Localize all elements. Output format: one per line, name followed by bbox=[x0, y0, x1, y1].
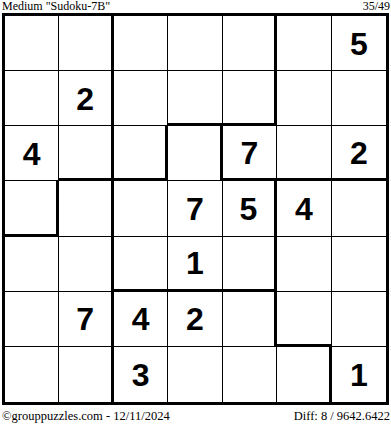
cell-r2c5[interactable] bbox=[223, 71, 277, 126]
puzzle-title: Medium "Sudoku-7B" bbox=[2, 0, 110, 13]
cell-r1c6[interactable] bbox=[277, 16, 331, 71]
cell-r3c6[interactable] bbox=[277, 126, 331, 181]
cells-remaining-counter: 35/49 bbox=[363, 0, 390, 13]
cell-r4c6[interactable]: 4 bbox=[277, 181, 331, 236]
puzzle-page: Medium "Sudoku-7B" 35/49 52472754174231 … bbox=[0, 0, 391, 426]
cell-r7c6[interactable] bbox=[277, 347, 331, 402]
given-digit: 4 bbox=[132, 302, 150, 335]
given-digit: 1 bbox=[186, 246, 204, 279]
given-digit: 3 bbox=[132, 358, 150, 391]
given-digit: 4 bbox=[23, 137, 41, 170]
cell-r5c7[interactable] bbox=[332, 237, 386, 292]
cell-r1c1[interactable] bbox=[5, 16, 59, 71]
cell-r3c3[interactable] bbox=[114, 126, 168, 181]
cell-r5c2[interactable] bbox=[59, 237, 113, 292]
cell-r5c4[interactable]: 1 bbox=[168, 237, 222, 292]
cell-r2c6[interactable] bbox=[277, 71, 331, 126]
board: 52472754174231 bbox=[2, 13, 389, 405]
cell-r4c7[interactable] bbox=[332, 181, 386, 236]
cell-r7c7[interactable]: 1 bbox=[332, 347, 386, 402]
cell-r3c4[interactable] bbox=[168, 126, 222, 181]
cell-r1c5[interactable] bbox=[223, 16, 277, 71]
cell-r7c2[interactable] bbox=[59, 347, 113, 402]
cell-r3c7[interactable]: 2 bbox=[332, 126, 386, 181]
given-digit: 7 bbox=[76, 302, 94, 335]
cell-r1c7[interactable]: 5 bbox=[332, 16, 386, 71]
given-digit: 2 bbox=[76, 82, 94, 115]
copyright-text: ©grouppuzzles.com - 12/11/2024 bbox=[2, 409, 170, 423]
cell-r6c3[interactable]: 4 bbox=[114, 292, 168, 347]
cell-r5c6[interactable] bbox=[277, 237, 331, 292]
given-digit: 5 bbox=[350, 27, 368, 60]
cell-r6c4[interactable]: 2 bbox=[168, 292, 222, 347]
cell-r2c4[interactable] bbox=[168, 71, 222, 126]
cell-r5c3[interactable] bbox=[114, 237, 168, 292]
cell-r2c2[interactable]: 2 bbox=[59, 71, 113, 126]
cell-r3c2[interactable] bbox=[59, 126, 113, 181]
given-digit: 7 bbox=[186, 192, 204, 225]
cell-r7c1[interactable] bbox=[5, 347, 59, 402]
given-digit: 7 bbox=[241, 136, 259, 169]
cell-r1c2[interactable] bbox=[59, 16, 113, 71]
cell-r7c4[interactable] bbox=[168, 347, 222, 402]
footer: ©grouppuzzles.com - 12/11/2024 Diff: 8 /… bbox=[2, 409, 390, 423]
cell-r2c3[interactable] bbox=[114, 71, 168, 126]
cell-r2c7[interactable] bbox=[332, 71, 386, 126]
cell-r4c1[interactable] bbox=[5, 181, 59, 236]
cell-r4c3[interactable] bbox=[114, 181, 168, 236]
cell-r7c3[interactable]: 3 bbox=[114, 347, 168, 402]
header: Medium "Sudoku-7B" 35/49 bbox=[2, 0, 390, 13]
cell-r2c1[interactable] bbox=[5, 71, 59, 126]
cell-r6c7[interactable] bbox=[332, 292, 386, 347]
given-digit: 5 bbox=[240, 192, 258, 225]
cell-r3c1[interactable]: 4 bbox=[5, 126, 59, 181]
cell-r6c1[interactable] bbox=[5, 292, 59, 347]
cell-r7c5[interactable] bbox=[223, 347, 277, 402]
cell-r1c3[interactable] bbox=[114, 16, 168, 71]
cell-r6c2[interactable]: 7 bbox=[59, 292, 113, 347]
cell-r6c6[interactable] bbox=[277, 292, 331, 347]
cell-r4c4[interactable]: 7 bbox=[168, 181, 222, 236]
cell-r5c1[interactable] bbox=[5, 237, 59, 292]
cell-r4c5[interactable]: 5 bbox=[223, 181, 277, 236]
cell-r6c5[interactable] bbox=[223, 292, 277, 347]
cell-r4c2[interactable] bbox=[59, 181, 113, 236]
cell-r3c5[interactable]: 7 bbox=[223, 126, 277, 181]
cell-r5c5[interactable] bbox=[223, 237, 277, 292]
given-digit: 4 bbox=[295, 192, 313, 225]
difficulty-text: Diff: 8 / 9642.6422 bbox=[294, 409, 390, 423]
given-digit: 2 bbox=[186, 302, 204, 335]
given-digit: 2 bbox=[350, 136, 368, 169]
cell-r1c4[interactable] bbox=[168, 16, 222, 71]
given-digit: 1 bbox=[350, 358, 368, 391]
